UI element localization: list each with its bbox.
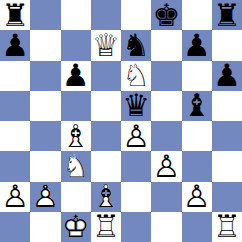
square-c3[interactable]: ♞♘ [61, 151, 91, 181]
white-piece-fill-glyph: ♟ [30, 182, 60, 212]
square-f2[interactable] [151, 182, 181, 212]
square-f7[interactable] [151, 30, 181, 60]
square-h8[interactable]: ♜ [212, 0, 242, 30]
white-piece-outline-glyph: ♙ [182, 182, 212, 212]
white-piece-fill-glyph: ♞ [61, 151, 91, 181]
square-g8[interactable] [182, 0, 212, 30]
piece-black-pawn-g7[interactable]: ♟ [182, 30, 212, 60]
white-piece-fill-glyph: ♟ [182, 182, 212, 212]
black-piece-glyph: ♛ [121, 91, 151, 121]
square-d7[interactable]: ♛♕ [91, 30, 121, 60]
black-piece-glyph: ♟ [182, 30, 212, 60]
square-h7[interactable] [212, 30, 242, 60]
piece-white-bishop-c4[interactable]: ♝♗ [61, 121, 91, 151]
square-d6[interactable] [91, 61, 121, 91]
piece-white-pawn-e4[interactable]: ♟♙ [121, 121, 151, 151]
square-e4[interactable]: ♟♙ [121, 121, 151, 151]
square-g1[interactable] [182, 212, 212, 242]
black-piece-glyph: ♝ [182, 91, 212, 121]
square-f3[interactable]: ♟♙ [151, 151, 181, 181]
square-e5[interactable]: ♛ [121, 91, 151, 121]
square-c7[interactable] [61, 30, 91, 60]
square-a6[interactable] [0, 61, 30, 91]
piece-white-knight-e6[interactable]: ♞♘ [121, 61, 151, 91]
piece-white-knight-c3[interactable]: ♞♘ [61, 151, 91, 181]
white-piece-fill-glyph: ♜ [212, 212, 242, 242]
square-e8[interactable] [121, 0, 151, 30]
black-piece-glyph: ♞ [121, 30, 151, 60]
square-d1[interactable]: ♜♖ [91, 212, 121, 242]
square-g3[interactable] [182, 151, 212, 181]
square-f6[interactable] [151, 61, 181, 91]
piece-white-pawn-g2[interactable]: ♟♙ [182, 182, 212, 212]
white-piece-fill-glyph: ♝ [61, 121, 91, 151]
square-d5[interactable] [91, 91, 121, 121]
piece-black-pawn-h6[interactable]: ♟ [212, 61, 242, 91]
square-a8[interactable]: ♜ [0, 0, 30, 30]
square-b4[interactable] [30, 121, 60, 151]
black-piece-glyph: ♜ [212, 0, 242, 30]
white-piece-fill-glyph: ♜ [91, 212, 121, 242]
square-e6[interactable]: ♞♘ [121, 61, 151, 91]
white-piece-outline-glyph: ♔ [61, 212, 91, 242]
square-c1[interactable]: ♚♔ [61, 212, 91, 242]
white-piece-fill-glyph: ♛ [91, 30, 121, 60]
square-d4[interactable] [91, 121, 121, 151]
white-piece-fill-glyph: ♝ [91, 182, 121, 212]
square-f4[interactable] [151, 121, 181, 151]
square-b3[interactable] [30, 151, 60, 181]
square-g4[interactable] [182, 121, 212, 151]
square-d8[interactable] [91, 0, 121, 30]
piece-white-pawn-a2[interactable]: ♟♙ [0, 182, 30, 212]
square-a1[interactable] [0, 212, 30, 242]
piece-white-queen-d7[interactable]: ♛♕ [91, 30, 121, 60]
square-b8[interactable] [30, 0, 60, 30]
square-e2[interactable] [121, 182, 151, 212]
white-piece-outline-glyph: ♘ [121, 61, 151, 91]
black-piece-glyph: ♚ [151, 0, 181, 30]
black-piece-glyph: ♟ [0, 30, 30, 60]
square-c2[interactable] [61, 182, 91, 212]
square-f5[interactable] [151, 91, 181, 121]
square-g7[interactable]: ♟ [182, 30, 212, 60]
white-piece-fill-glyph: ♚ [61, 212, 91, 242]
piece-black-knight-e7[interactable]: ♞ [121, 30, 151, 60]
piece-black-rook-h8[interactable]: ♜ [212, 0, 242, 30]
square-h2[interactable] [212, 182, 242, 212]
square-h1[interactable]: ♜♖ [212, 212, 242, 242]
square-d3[interactable] [91, 151, 121, 181]
square-d2[interactable]: ♝♗ [91, 182, 121, 212]
square-b7[interactable] [30, 30, 60, 60]
white-piece-outline-glyph: ♙ [30, 182, 60, 212]
square-e1[interactable] [121, 212, 151, 242]
square-a7[interactable]: ♟ [0, 30, 30, 60]
piece-white-pawn-f3[interactable]: ♟♙ [151, 151, 181, 181]
square-c8[interactable] [61, 0, 91, 30]
square-e3[interactable] [121, 151, 151, 181]
square-g6[interactable] [182, 61, 212, 91]
chess-board: ♜♚♜♟♛♕♞♟♟♞♘♟♛♝♝♗♟♙♞♘♟♙♟♙♟♙♝♗♟♙♚♔♜♖♜♖ [0, 0, 242, 242]
white-piece-outline-glyph: ♗ [91, 182, 121, 212]
square-f8[interactable]: ♚ [151, 0, 181, 30]
white-piece-outline-glyph: ♖ [91, 212, 121, 242]
piece-black-pawn-c6[interactable]: ♟ [61, 61, 91, 91]
black-piece-glyph: ♜ [0, 0, 30, 30]
square-b2[interactable]: ♟♙ [30, 182, 60, 212]
white-piece-outline-glyph: ♗ [61, 121, 91, 151]
square-b6[interactable] [30, 61, 60, 91]
piece-black-pawn-a7[interactable]: ♟ [0, 30, 30, 60]
white-piece-fill-glyph: ♞ [121, 61, 151, 91]
piece-black-bishop-g5[interactable]: ♝ [182, 91, 212, 121]
white-piece-outline-glyph: ♙ [151, 151, 181, 181]
piece-white-rook-d1[interactable]: ♜♖ [91, 212, 121, 242]
square-e7[interactable]: ♞ [121, 30, 151, 60]
white-piece-outline-glyph: ♕ [91, 30, 121, 60]
square-a2[interactable]: ♟♙ [0, 182, 30, 212]
square-g5[interactable]: ♝ [182, 91, 212, 121]
square-h6[interactable]: ♟ [212, 61, 242, 91]
piece-black-rook-a8[interactable]: ♜ [0, 0, 30, 30]
square-b5[interactable] [30, 91, 60, 121]
square-h5[interactable] [212, 91, 242, 121]
square-c5[interactable] [61, 91, 91, 121]
piece-white-pawn-b2[interactable]: ♟♙ [30, 182, 60, 212]
white-piece-fill-glyph: ♟ [121, 121, 151, 151]
piece-white-rook-h1[interactable]: ♜♖ [212, 212, 242, 242]
square-b1[interactable] [30, 212, 60, 242]
piece-black-queen-e5[interactable]: ♛ [121, 91, 151, 121]
piece-white-king-c1[interactable]: ♚♔ [61, 212, 91, 242]
white-piece-fill-glyph: ♟ [151, 151, 181, 181]
square-a5[interactable] [0, 91, 30, 121]
square-c4[interactable]: ♝♗ [61, 121, 91, 151]
square-h3[interactable] [212, 151, 242, 181]
white-piece-outline-glyph: ♘ [61, 151, 91, 181]
black-piece-glyph: ♟ [61, 61, 91, 91]
white-piece-outline-glyph: ♙ [121, 121, 151, 151]
square-a3[interactable] [0, 151, 30, 181]
white-piece-outline-glyph: ♙ [0, 182, 30, 212]
black-piece-glyph: ♟ [212, 61, 242, 91]
square-g2[interactable]: ♟♙ [182, 182, 212, 212]
white-piece-outline-glyph: ♖ [212, 212, 242, 242]
square-h4[interactable] [212, 121, 242, 151]
piece-white-bishop-d2[interactable]: ♝♗ [91, 182, 121, 212]
piece-black-king-f8[interactable]: ♚ [151, 0, 181, 30]
square-a4[interactable] [0, 121, 30, 151]
square-c6[interactable]: ♟ [61, 61, 91, 91]
square-f1[interactable] [151, 212, 181, 242]
white-piece-fill-glyph: ♟ [0, 182, 30, 212]
